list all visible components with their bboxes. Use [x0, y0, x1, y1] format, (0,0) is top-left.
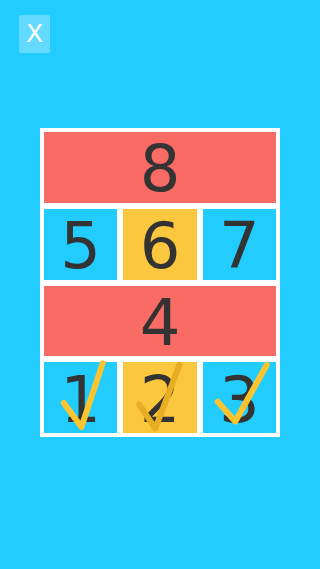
cell-4[interactable]: 4 [44, 286, 276, 357]
cell-6[interactable]: 6 [123, 209, 196, 280]
cell-1[interactable]: 1 [44, 362, 117, 433]
puzzle-grid: 8 5 6 7 4 1 2 3 [40, 128, 280, 437]
cell-3[interactable]: 3 [203, 362, 276, 433]
cell-2[interactable]: 2 [123, 362, 196, 433]
game-screen: X 8 5 6 7 4 1 2 3 [0, 0, 320, 569]
cell-8-value: 8 [140, 137, 181, 201]
close-button[interactable]: X [19, 15, 50, 53]
cell-7-value: 7 [219, 214, 260, 278]
cell-5[interactable]: 5 [44, 209, 117, 280]
cell-2-value: 2 [140, 368, 181, 432]
cell-6-value: 6 [140, 214, 181, 278]
cell-8[interactable]: 8 [44, 132, 276, 203]
cell-4-value: 4 [140, 291, 181, 355]
cell-3-value: 3 [219, 368, 260, 432]
cell-5-value: 5 [60, 214, 101, 278]
cell-7[interactable]: 7 [203, 209, 276, 280]
cell-1-value: 1 [60, 368, 101, 432]
